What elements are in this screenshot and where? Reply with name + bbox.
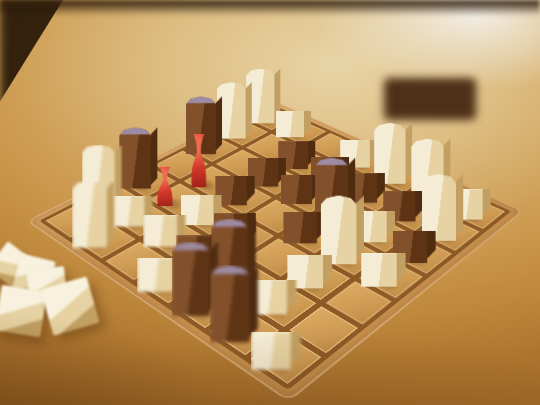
cell-r2c2[interactable]: ■ [245,164,304,196]
light-cube-piece-face: ■ [112,196,145,226]
dark-cube-piece-face: ■ [248,158,279,187]
cell-r2c0[interactable]: ▮ [185,134,241,163]
light-cube-piece[interactable]: ■ [276,111,304,137]
red-tall-tower-piece[interactable]: ♟ [189,134,208,188]
light-tower-piece[interactable]: ▮ [217,82,246,138]
dark-tower-piece-face: ▮ [210,265,250,342]
dark-tower-piece[interactable]: ▮ [172,242,210,316]
dark-cube-piece-face: ■ [281,174,312,203]
light-cube-piece-face: ■ [276,111,304,137]
cell-r1c0[interactable]: ▮ [215,119,269,146]
cell-r2c1[interactable] [214,149,271,179]
red-short-tower-piece-face: ♟ [155,167,175,206]
cell-r3c0[interactable] [153,150,211,181]
light-cube-piece-face: ■ [361,253,397,286]
dark-cube-piece[interactable]: ■ [248,158,279,187]
dark-cube-piece[interactable]: ■ [284,212,317,243]
board-grid: ▮■■▮▮■▮■■■■▮▮■■▮■■♟■■▮■▮♟■■■▮■■■▮■▮■▮▮■ [39,104,511,390]
dark-tower-piece-face: ▮ [186,97,216,155]
light-tower-piece[interactable]: ▮ [246,69,274,124]
red-short-tower-piece[interactable]: ♟ [155,167,175,206]
cell-r0c2[interactable] [304,132,360,161]
game-board: ▮■■▮▮■▮■■■■▮▮■■▮■■♟■■▮■▮♟■■■▮■■■▮■▮■▮▮■ [26,99,524,402]
light-cube-piece[interactable]: ■ [137,258,173,292]
dark-cube-piece-face: ■ [278,141,308,169]
dark-tower-piece[interactable]: ▮ [186,97,216,155]
red-tall-tower-piece-face: ♟ [189,134,208,188]
light-cube-piece[interactable]: ■ [112,196,145,226]
table-scene: ▮■■▮▮■▮■■■■▮▮■■▮■■♟■■▮■▮♟■■■▮■■■▮■▮■▮▮■ [0,0,540,405]
cell-r0c0[interactable]: ▮ [244,105,297,131]
cell-r1c1[interactable] [245,133,301,162]
dark-tower-piece[interactable]: ▮ [119,128,151,189]
light-cube-piece[interactable]: ■ [251,332,291,369]
cell-r0c1[interactable]: ■ [274,118,328,145]
dark-tower-piece-face: ▮ [119,128,151,189]
dark-tower-piece[interactable]: ▮ [210,265,250,342]
light-tower-piece-face: ▮ [73,181,108,248]
dark-cube-piece[interactable]: ■ [278,141,308,169]
photo-scene: ▮■■▮▮■▮■■■■▮▮■■▮■■♟■■▮■▮♟■■■▮■■■▮■▮■▮▮■ [0,0,540,405]
light-tower-piece[interactable]: ▮ [374,123,405,184]
dark-cube-piece-face: ■ [284,212,317,243]
light-cube-piece[interactable]: ■ [361,253,397,286]
light-cube-piece-face: ■ [137,258,173,292]
light-tower-piece[interactable]: ▮ [73,181,108,248]
dark-tower-piece-face: ▮ [172,242,210,316]
light-tower-piece-face: ▮ [374,123,405,184]
light-tower-piece-face: ▮ [217,82,246,138]
light-tower-piece-face: ▮ [246,69,274,124]
dark-cube-piece[interactable]: ■ [281,174,312,203]
light-cube-piece-face: ■ [251,332,291,369]
